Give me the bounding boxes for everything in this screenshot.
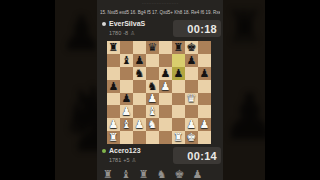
square-g1[interactable]: ♚ [185,131,198,144]
white-pawn-a2: ♟ [109,119,119,130]
knight-icon: ♞ [157,169,167,180]
square-g4[interactable]: ♛ [185,93,198,106]
player-bar-top: EverSilvaS 1780 -8 ♙ 00:18 [97,18,223,41]
square-d5[interactable]: ♞ [146,80,159,93]
square-f1[interactable]: ♜ [172,131,185,144]
white-pawn-h2: ♟ [200,119,210,130]
white-pawn-e5: ♟ [161,81,171,92]
player-status-icon [102,22,106,26]
black-queen-d8: ♛ [148,42,158,53]
player-rating-top: 1780 [109,30,121,36]
square-d1[interactable] [146,131,159,144]
rook-icon: ♜ [139,169,149,180]
white-rook-f1: ♜ [174,132,184,143]
black-knight-d5: ♞ [148,81,158,92]
square-f7[interactable] [172,54,185,67]
square-h8[interactable] [198,41,211,54]
square-h1[interactable] [198,131,211,144]
online-status-icon [102,149,106,153]
clock-top: 00:18 [173,20,221,37]
white-pawn-c2: ♟ [135,119,145,130]
move-list[interactable]: 15. Nxd5 exd5 16. Bg4 f5 17. Qxd5+ Kh8 1… [100,7,220,18]
square-f5[interactable] [172,80,185,93]
rook-icon: ♜ [103,169,113,180]
square-a4[interactable] [107,93,120,106]
square-g3[interactable] [185,105,198,118]
white-rook-a1: ♜ [109,132,119,143]
blurred-rook-silhouette: ♜ [225,5,264,49]
white-knight-d2: ♞ [148,119,158,130]
square-a7[interactable] [107,54,120,67]
piece-tray: ♜♝♜♞♚♟ [103,169,221,180]
square-c8[interactable] [133,41,146,54]
square-g5[interactable] [185,80,198,93]
square-f8[interactable]: ♜ [172,41,185,54]
square-f6[interactable]: ♟ [172,67,185,80]
square-b1[interactable] [120,131,133,144]
square-c2[interactable]: ♟ [133,118,146,131]
square-a1[interactable]: ♜ [107,131,120,144]
square-h5[interactable] [198,80,211,93]
square-e6[interactable]: ♟ [159,67,172,80]
bishop-icon: ♝ [121,169,131,180]
white-bishop-d3: ♝ [148,106,158,117]
pawn-icon: ♙ [130,30,135,36]
square-e1[interactable] [159,131,172,144]
square-c1[interactable] [133,131,146,144]
square-d3[interactable]: ♝ [146,105,159,118]
square-e5[interactable]: ♟ [159,80,172,93]
blurred-pawn-silhouette: ♟ [221,85,265,149]
square-d7[interactable] [146,54,159,67]
square-c7[interactable]: ♟ [133,54,146,67]
chess-app-screen: ······················ 15. Nxd5 exd5 16.… [97,0,223,180]
player-rating-delta-bottom: +5 [123,157,129,163]
white-queen-g4: ♛ [187,93,197,104]
player-rating-bottom: 1781 [109,157,121,163]
square-a5[interactable]: ♟ [107,80,120,93]
player-rating-delta-top: -8 [123,30,128,36]
white-king-g1: ♚ [187,132,197,143]
square-f4[interactable] [172,93,185,106]
square-c6[interactable]: ♞ [133,67,146,80]
square-a3[interactable] [107,105,120,118]
black-pawn-c7: ♟ [135,55,145,66]
square-b3[interactable]: ♟ [120,105,133,118]
square-b8[interactable] [120,41,133,54]
black-king-g8: ♚ [187,42,197,53]
square-g7[interactable]: ♟ [185,54,198,67]
square-h6[interactable]: ♟ [198,67,211,80]
square-e7[interactable] [159,54,172,67]
white-pawn-d4: ♟ [148,93,158,104]
black-pawn-g7: ♟ [187,55,197,66]
king-icon: ♚ [175,169,185,180]
black-pawn-e6: ♟ [161,68,171,79]
square-b7[interactable]: ♝ [120,54,133,67]
player-bar-bottom: Acero123 1781 +5 ♙ 00:14 [97,145,223,168]
square-b5[interactable] [120,80,133,93]
square-e4[interactable] [159,93,172,106]
black-pawn-h6: ♟ [200,68,210,79]
square-e2[interactable] [159,118,172,131]
black-pawn-b4: ♟ [122,93,132,104]
square-b4[interactable]: ♟ [120,93,133,106]
square-b6[interactable] [120,67,133,80]
chess-board[interactable]: ♜♛♜♚♝♟♟♞♟♟♟♟♞♟♟♟♛♟♝♟♝♟♞♟♟♜♜♚ [107,41,211,144]
square-h3[interactable] [198,105,211,118]
square-a8[interactable]: ♜ [107,41,120,54]
player-name-top[interactable]: EverSilvaS [109,20,145,27]
square-d6[interactable] [146,67,159,80]
black-bishop-b7: ♝ [122,55,132,66]
player-name-bottom[interactable]: Acero123 [109,147,141,154]
black-pawn-a5: ♟ [109,81,119,92]
white-bishop-b2: ♝ [122,119,132,130]
square-f3[interactable] [172,105,185,118]
square-a6[interactable] [107,67,120,80]
black-rook-f8: ♜ [174,42,184,53]
square-g2[interactable]: ♟ [185,118,198,131]
black-pawn-f6: ♟ [174,68,184,79]
square-c3[interactable] [133,105,146,118]
square-d4[interactable]: ♟ [146,93,159,106]
video-title-overlay: ······················ [97,0,223,7]
square-e8[interactable] [159,41,172,54]
square-g6[interactable] [185,67,198,80]
white-pawn-g2: ♟ [187,119,197,130]
square-e3[interactable] [159,105,172,118]
square-h7[interactable] [198,54,211,67]
square-f2[interactable] [172,118,185,131]
white-pawn-b3: ♟ [122,106,132,117]
square-g8[interactable]: ♚ [185,41,198,54]
square-h4[interactable] [198,93,211,106]
square-c4[interactable] [133,93,146,106]
black-knight-c6: ♞ [135,68,145,79]
clock-bottom: 00:14 [173,147,221,164]
pawn-icon: ♟ [192,169,202,180]
square-b2[interactable]: ♝ [120,118,133,131]
pawn-icon: ♙ [132,157,137,163]
video-frame: ♞♟♟♜ ······················ 15. Nxd5 exd… [0,0,320,180]
black-rook-a8: ♜ [109,42,119,53]
square-d2[interactable]: ♞ [146,118,159,131]
square-a2[interactable]: ♟ [107,118,120,131]
square-d8[interactable]: ♛ [146,41,159,54]
square-h2[interactable]: ♟ [198,118,211,131]
square-c5[interactable] [133,80,146,93]
